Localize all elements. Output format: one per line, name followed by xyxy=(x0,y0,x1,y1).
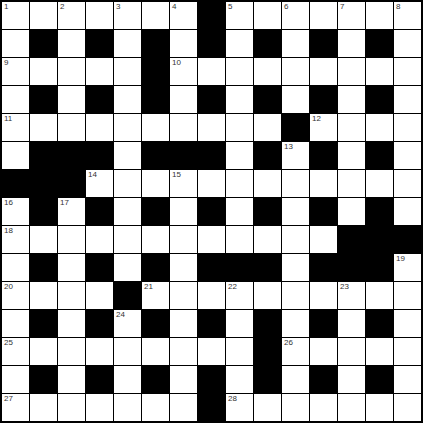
black-cell-r2c5 xyxy=(142,58,169,85)
white-cell-r0c6[interactable]: 4 xyxy=(170,2,197,29)
clue-number-13: 13 xyxy=(284,142,293,152)
white-cell-r10c6[interactable] xyxy=(170,282,197,309)
white-cell-r10c11[interactable] xyxy=(310,282,337,309)
white-cell-r6c9[interactable] xyxy=(254,170,281,197)
white-cell-r5c12[interactable] xyxy=(338,142,365,169)
black-cell-r10c4 xyxy=(114,282,141,309)
clue-number-9: 9 xyxy=(4,58,8,68)
white-cell-r6c14[interactable] xyxy=(394,170,421,197)
white-cell-r13c0[interactable] xyxy=(2,366,29,393)
white-cell-r1c6[interactable] xyxy=(170,30,197,57)
black-cell-r5c7 xyxy=(198,142,225,169)
white-cell-r2c3[interactable] xyxy=(86,58,113,85)
black-cell-r1c13 xyxy=(366,30,393,57)
white-cell-r8c8[interactable] xyxy=(226,226,253,253)
white-cell-r12c6[interactable] xyxy=(170,338,197,365)
white-cell-r14c2[interactable] xyxy=(58,394,85,421)
white-cell-r6c13[interactable] xyxy=(366,170,393,197)
white-cell-r11c6[interactable] xyxy=(170,310,197,337)
clue-number-12: 12 xyxy=(312,114,321,124)
white-cell-r12c10[interactable]: 26 xyxy=(282,338,309,365)
white-cell-r2c2[interactable] xyxy=(58,58,85,85)
white-cell-r7c12[interactable] xyxy=(338,198,365,225)
black-cell-r12c9 xyxy=(254,338,281,365)
white-cell-r7c8[interactable] xyxy=(226,198,253,225)
clue-number-24: 24 xyxy=(116,310,125,320)
white-cell-r4c8[interactable] xyxy=(226,114,253,141)
black-cell-r11c9 xyxy=(254,310,281,337)
white-cell-r7c10[interactable] xyxy=(282,198,309,225)
white-cell-r14c13[interactable] xyxy=(366,394,393,421)
white-cell-r2c12[interactable] xyxy=(338,58,365,85)
black-cell-r5c3 xyxy=(86,142,113,169)
white-cell-r11c12[interactable] xyxy=(338,310,365,337)
black-cell-r14c7 xyxy=(198,394,225,421)
white-cell-r6c8[interactable] xyxy=(226,170,253,197)
white-cell-r14c9[interactable] xyxy=(254,394,281,421)
black-cell-r1c7 xyxy=(198,30,225,57)
black-cell-r6c0 xyxy=(2,170,29,197)
black-cell-r11c11 xyxy=(310,310,337,337)
white-cell-r13c6[interactable] xyxy=(170,366,197,393)
black-cell-r3c13 xyxy=(366,86,393,113)
white-cell-r12c3[interactable] xyxy=(86,338,113,365)
black-cell-r3c5 xyxy=(142,86,169,113)
black-cell-r5c11 xyxy=(310,142,337,169)
white-cell-r7c4[interactable] xyxy=(114,198,141,225)
black-cell-r11c5 xyxy=(142,310,169,337)
white-cell-r3c14[interactable] xyxy=(394,86,421,113)
white-cell-r8c2[interactable] xyxy=(58,226,85,253)
white-cell-r1c2[interactable] xyxy=(58,30,85,57)
white-cell-r4c2[interactable] xyxy=(58,114,85,141)
white-cell-r10c5[interactable]: 21 xyxy=(142,282,169,309)
black-cell-r13c7 xyxy=(198,366,225,393)
black-cell-r9c3 xyxy=(86,254,113,281)
black-cell-r1c3 xyxy=(86,30,113,57)
clue-number-17: 17 xyxy=(60,198,69,208)
clue-number-15: 15 xyxy=(172,170,181,180)
white-cell-r8c10[interactable] xyxy=(282,226,309,253)
clue-number-7: 7 xyxy=(340,2,344,12)
white-cell-r8c9[interactable] xyxy=(254,226,281,253)
white-cell-r2c10[interactable] xyxy=(282,58,309,85)
white-cell-r12c4[interactable] xyxy=(114,338,141,365)
white-cell-r6c12[interactable] xyxy=(338,170,365,197)
white-cell-r9c0[interactable] xyxy=(2,254,29,281)
white-cell-r12c14[interactable] xyxy=(394,338,421,365)
white-cell-r12c7[interactable] xyxy=(198,338,225,365)
white-cell-r3c8[interactable] xyxy=(226,86,253,113)
clue-number-27: 27 xyxy=(4,394,13,404)
white-cell-r2c14[interactable] xyxy=(394,58,421,85)
white-cell-r0c14[interactable]: 8 xyxy=(394,2,421,29)
white-cell-r2c13[interactable] xyxy=(366,58,393,85)
white-cell-r7c0[interactable]: 16 xyxy=(2,198,29,225)
white-cell-r8c6[interactable] xyxy=(170,226,197,253)
white-cell-r0c8[interactable]: 5 xyxy=(226,2,253,29)
white-cell-r12c1[interactable] xyxy=(30,338,57,365)
white-cell-r2c9[interactable] xyxy=(254,58,281,85)
clue-number-22: 22 xyxy=(228,282,237,292)
white-cell-r6c5[interactable] xyxy=(142,170,169,197)
white-cell-r9c10[interactable] xyxy=(282,254,309,281)
black-cell-r8c13 xyxy=(366,226,393,253)
white-cell-r14c10[interactable] xyxy=(282,394,309,421)
clue-number-23: 23 xyxy=(340,282,349,292)
white-cell-r1c4[interactable] xyxy=(114,30,141,57)
black-cell-r9c13 xyxy=(366,254,393,281)
white-cell-r2c1[interactable] xyxy=(30,58,57,85)
white-cell-r2c11[interactable] xyxy=(310,58,337,85)
black-cell-r9c12 xyxy=(338,254,365,281)
clue-number-18: 18 xyxy=(4,226,13,236)
white-cell-r10c14[interactable] xyxy=(394,282,421,309)
black-cell-r0c7 xyxy=(198,2,225,29)
black-cell-r3c11 xyxy=(310,86,337,113)
white-cell-r4c4[interactable] xyxy=(114,114,141,141)
clue-number-8: 8 xyxy=(396,2,400,12)
white-cell-r10c3[interactable] xyxy=(86,282,113,309)
black-cell-r13c1 xyxy=(30,366,57,393)
black-cell-r13c9 xyxy=(254,366,281,393)
white-cell-r11c4[interactable]: 24 xyxy=(114,310,141,337)
white-cell-r13c12[interactable] xyxy=(338,366,365,393)
black-cell-r3c7 xyxy=(198,86,225,113)
white-cell-r4c1[interactable] xyxy=(30,114,57,141)
black-cell-r7c9 xyxy=(254,198,281,225)
white-cell-r13c14[interactable] xyxy=(394,366,421,393)
white-cell-r3c6[interactable] xyxy=(170,86,197,113)
white-cell-r4c12[interactable] xyxy=(338,114,365,141)
white-cell-r1c12[interactable] xyxy=(338,30,365,57)
black-cell-r5c13 xyxy=(366,142,393,169)
clue-number-25: 25 xyxy=(4,338,13,348)
white-cell-r14c11[interactable] xyxy=(310,394,337,421)
clue-number-3: 3 xyxy=(116,2,120,12)
black-cell-r11c13 xyxy=(366,310,393,337)
clue-number-19: 19 xyxy=(396,254,405,264)
white-cell-r11c0[interactable] xyxy=(2,310,29,337)
black-cell-r4c10 xyxy=(282,114,309,141)
white-cell-r2c7[interactable] xyxy=(198,58,225,85)
white-cell-r5c14[interactable] xyxy=(394,142,421,169)
white-cell-r14c4[interactable] xyxy=(114,394,141,421)
white-cell-r0c0[interactable]: 1 xyxy=(2,2,29,29)
white-cell-r8c4[interactable] xyxy=(114,226,141,253)
white-cell-r5c4[interactable] xyxy=(114,142,141,169)
white-cell-r12c13[interactable] xyxy=(366,338,393,365)
black-cell-r1c11 xyxy=(310,30,337,57)
white-cell-r12c5[interactable] xyxy=(142,338,169,365)
white-cell-r4c9[interactable] xyxy=(254,114,281,141)
white-cell-r10c7[interactable] xyxy=(198,282,225,309)
white-cell-r4c11[interactable]: 12 xyxy=(310,114,337,141)
clue-number-16: 16 xyxy=(4,198,13,208)
black-cell-r11c1 xyxy=(30,310,57,337)
clue-number-4: 4 xyxy=(172,2,176,12)
white-cell-r10c9[interactable] xyxy=(254,282,281,309)
white-cell-r0c2[interactable]: 2 xyxy=(58,2,85,29)
white-cell-r14c12[interactable] xyxy=(338,394,365,421)
white-cell-r12c8[interactable] xyxy=(226,338,253,365)
white-cell-r1c0[interactable] xyxy=(2,30,29,57)
white-cell-r4c13[interactable] xyxy=(366,114,393,141)
black-cell-r1c5 xyxy=(142,30,169,57)
clue-number-21: 21 xyxy=(144,282,153,292)
white-cell-r14c8[interactable]: 28 xyxy=(226,394,253,421)
white-cell-r0c3[interactable] xyxy=(86,2,113,29)
crossword-board: 1234567891011121314151617181920212223242… xyxy=(0,0,423,423)
black-cell-r8c14 xyxy=(394,226,421,253)
clue-number-10: 10 xyxy=(172,58,181,68)
white-cell-r12c11[interactable] xyxy=(310,338,337,365)
black-cell-r5c6 xyxy=(170,142,197,169)
white-cell-r11c14[interactable] xyxy=(394,310,421,337)
black-cell-r7c11 xyxy=(310,198,337,225)
white-cell-r10c13[interactable] xyxy=(366,282,393,309)
white-cell-r4c3[interactable] xyxy=(86,114,113,141)
white-cell-r3c12[interactable] xyxy=(338,86,365,113)
black-cell-r13c3 xyxy=(86,366,113,393)
white-cell-r6c6[interactable]: 15 xyxy=(170,170,197,197)
black-cell-r6c2 xyxy=(58,170,85,197)
white-cell-r14c0[interactable]: 27 xyxy=(2,394,29,421)
black-cell-r5c1 xyxy=(30,142,57,169)
white-cell-r9c4[interactable] xyxy=(114,254,141,281)
white-cell-r8c3[interactable] xyxy=(86,226,113,253)
white-cell-r12c2[interactable] xyxy=(58,338,85,365)
white-cell-r0c12[interactable]: 7 xyxy=(338,2,365,29)
white-cell-r4c6[interactable] xyxy=(170,114,197,141)
black-cell-r3c3 xyxy=(86,86,113,113)
black-cell-r7c5 xyxy=(142,198,169,225)
white-cell-r4c7[interactable] xyxy=(198,114,225,141)
white-cell-r10c8[interactable]: 22 xyxy=(226,282,253,309)
white-cell-r8c11[interactable] xyxy=(310,226,337,253)
white-cell-r8c7[interactable] xyxy=(198,226,225,253)
black-cell-r7c7 xyxy=(198,198,225,225)
white-cell-r14c3[interactable] xyxy=(86,394,113,421)
white-cell-r13c8[interactable] xyxy=(226,366,253,393)
white-cell-r5c8[interactable] xyxy=(226,142,253,169)
black-cell-r13c5 xyxy=(142,366,169,393)
black-cell-r5c5 xyxy=(142,142,169,169)
black-cell-r9c8 xyxy=(226,254,253,281)
white-cell-r6c7[interactable] xyxy=(198,170,225,197)
black-cell-r7c13 xyxy=(366,198,393,225)
black-cell-r11c3 xyxy=(86,310,113,337)
white-cell-r7c14[interactable] xyxy=(394,198,421,225)
clue-number-5: 5 xyxy=(228,2,232,12)
black-cell-r9c11 xyxy=(310,254,337,281)
black-cell-r1c9 xyxy=(254,30,281,57)
white-cell-r3c2[interactable] xyxy=(58,86,85,113)
white-cell-r1c10[interactable] xyxy=(282,30,309,57)
white-cell-r6c3[interactable]: 14 xyxy=(86,170,113,197)
white-cell-r10c0[interactable]: 20 xyxy=(2,282,29,309)
black-cell-r9c9 xyxy=(254,254,281,281)
white-cell-r5c0[interactable] xyxy=(2,142,29,169)
white-cell-r2c4[interactable] xyxy=(114,58,141,85)
white-cell-r14c6[interactable] xyxy=(170,394,197,421)
white-cell-r6c4[interactable] xyxy=(114,170,141,197)
black-cell-r11c7 xyxy=(198,310,225,337)
black-cell-r13c13 xyxy=(366,366,393,393)
white-cell-r7c2[interactable]: 17 xyxy=(58,198,85,225)
white-cell-r13c2[interactable] xyxy=(58,366,85,393)
clue-number-20: 20 xyxy=(4,282,13,292)
white-cell-r9c6[interactable] xyxy=(170,254,197,281)
white-cell-r2c0[interactable]: 9 xyxy=(2,58,29,85)
white-cell-r11c8[interactable] xyxy=(226,310,253,337)
white-cell-r12c12[interactable] xyxy=(338,338,365,365)
white-cell-r8c5[interactable] xyxy=(142,226,169,253)
black-cell-r3c9 xyxy=(254,86,281,113)
white-cell-r9c2[interactable] xyxy=(58,254,85,281)
white-cell-r3c0[interactable] xyxy=(2,86,29,113)
white-cell-r2c8[interactable] xyxy=(226,58,253,85)
white-cell-r0c4[interactable]: 3 xyxy=(114,2,141,29)
white-cell-r0c1[interactable] xyxy=(30,2,57,29)
white-cell-r13c4[interactable] xyxy=(114,366,141,393)
black-cell-r8c12 xyxy=(338,226,365,253)
white-cell-r10c10[interactable] xyxy=(282,282,309,309)
white-cell-r11c10[interactable] xyxy=(282,310,309,337)
white-cell-r0c9[interactable] xyxy=(254,2,281,29)
white-cell-r0c11[interactable] xyxy=(310,2,337,29)
clue-number-6: 6 xyxy=(284,2,288,12)
white-cell-r0c10[interactable]: 6 xyxy=(282,2,309,29)
white-cell-r13c10[interactable] xyxy=(282,366,309,393)
white-cell-r10c1[interactable] xyxy=(30,282,57,309)
white-cell-r6c11[interactable] xyxy=(310,170,337,197)
black-cell-r9c5 xyxy=(142,254,169,281)
white-cell-r11c2[interactable] xyxy=(58,310,85,337)
black-cell-r5c2 xyxy=(58,142,85,169)
white-cell-r1c14[interactable] xyxy=(394,30,421,57)
black-cell-r3c1 xyxy=(30,86,57,113)
white-cell-r0c13[interactable] xyxy=(366,2,393,29)
white-cell-r8c1[interactable] xyxy=(30,226,57,253)
clue-number-11: 11 xyxy=(4,114,12,124)
black-cell-r13c11 xyxy=(310,366,337,393)
white-cell-r6c10[interactable] xyxy=(282,170,309,197)
white-cell-r1c8[interactable] xyxy=(226,30,253,57)
white-cell-r9c14[interactable]: 19 xyxy=(394,254,421,281)
clue-number-26: 26 xyxy=(284,338,293,348)
white-cell-r12c0[interactable]: 25 xyxy=(2,338,29,365)
black-cell-r9c1 xyxy=(30,254,57,281)
white-cell-r14c14[interactable] xyxy=(394,394,421,421)
white-cell-r3c10[interactable] xyxy=(282,86,309,113)
white-cell-r4c5[interactable] xyxy=(142,114,169,141)
clue-number-2: 2 xyxy=(60,2,64,12)
white-cell-r2c6[interactable]: 10 xyxy=(170,58,197,85)
black-cell-r7c1 xyxy=(30,198,57,225)
black-cell-r5c9 xyxy=(254,142,281,169)
black-cell-r6c1 xyxy=(30,170,57,197)
white-cell-r4c0[interactable]: 11 xyxy=(2,114,29,141)
black-cell-r1c1 xyxy=(30,30,57,57)
white-cell-r10c12[interactable]: 23 xyxy=(338,282,365,309)
black-cell-r7c3 xyxy=(86,198,113,225)
white-cell-r3c4[interactable] xyxy=(114,86,141,113)
white-cell-r5c10[interactable]: 13 xyxy=(282,142,309,169)
white-cell-r7c6[interactable] xyxy=(170,198,197,225)
clue-number-14: 14 xyxy=(88,170,97,180)
white-cell-r10c2[interactable] xyxy=(58,282,85,309)
white-cell-r14c1[interactable] xyxy=(30,394,57,421)
clue-number-28: 28 xyxy=(228,394,237,404)
black-cell-r9c7 xyxy=(198,254,225,281)
white-cell-r8c0[interactable]: 18 xyxy=(2,226,29,253)
clue-number-1: 1 xyxy=(4,2,8,12)
white-cell-r4c14[interactable] xyxy=(394,114,421,141)
white-cell-r14c5[interactable] xyxy=(142,394,169,421)
white-cell-r0c5[interactable] xyxy=(142,2,169,29)
